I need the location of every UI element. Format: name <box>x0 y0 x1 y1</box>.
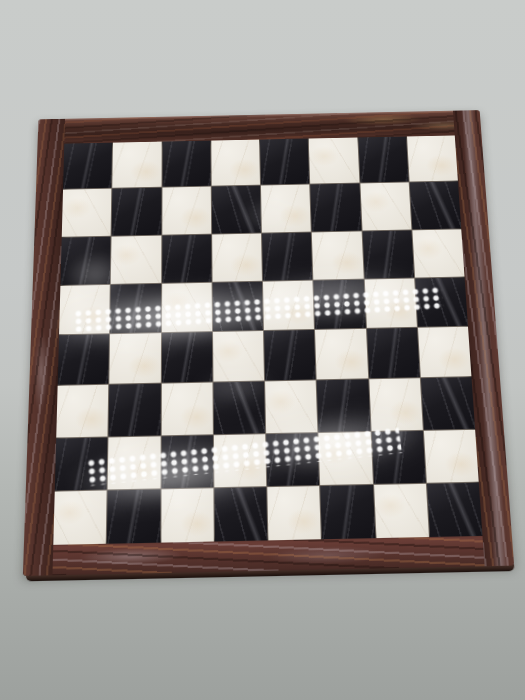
square-d2 <box>214 434 267 487</box>
square-d3 <box>213 382 265 434</box>
square-b5 <box>110 284 160 334</box>
square-h5 <box>415 277 468 327</box>
square-d7 <box>211 186 260 233</box>
square-a5 <box>59 285 110 335</box>
square-g4 <box>366 328 419 379</box>
square-d5 <box>212 281 263 331</box>
square-f4 <box>315 329 367 380</box>
square-h7 <box>409 182 461 229</box>
square-e7 <box>261 185 311 232</box>
square-f5 <box>314 279 366 329</box>
square-d4 <box>213 331 264 382</box>
square-b6 <box>111 235 161 284</box>
square-g8 <box>358 136 409 182</box>
square-e4 <box>264 330 316 381</box>
square-e5 <box>263 280 314 330</box>
square-a3 <box>56 385 108 437</box>
square-b8 <box>113 142 162 188</box>
square-e6 <box>262 232 313 280</box>
square-a6 <box>60 236 110 285</box>
square-a4 <box>58 334 110 385</box>
square-b7 <box>112 188 161 235</box>
square-g5 <box>364 278 416 328</box>
square-f3 <box>317 380 370 432</box>
square-e8 <box>260 139 309 185</box>
square-h2 <box>424 429 479 482</box>
square-b2 <box>108 436 160 489</box>
square-b3 <box>109 384 161 436</box>
chessboard <box>23 110 514 576</box>
square-h6 <box>412 229 464 277</box>
square-b4 <box>110 333 161 384</box>
square-d8 <box>211 140 260 186</box>
square-c6 <box>162 234 212 282</box>
square-f1 <box>320 485 374 540</box>
square-c5 <box>162 283 212 333</box>
square-b1 <box>107 489 160 544</box>
square-d6 <box>212 233 262 281</box>
square-h8 <box>407 135 458 181</box>
square-c8 <box>162 141 211 187</box>
square-a7 <box>62 189 112 236</box>
square-e3 <box>265 381 318 433</box>
square-h4 <box>418 327 472 378</box>
scene <box>0 0 525 700</box>
square-a1 <box>53 490 107 545</box>
square-h3 <box>421 377 475 429</box>
square-a2 <box>55 437 108 490</box>
square-f2 <box>319 431 373 484</box>
square-f8 <box>309 138 359 184</box>
square-g2 <box>371 430 425 483</box>
photo-background <box>0 0 525 700</box>
square-g7 <box>360 183 411 230</box>
square-e1 <box>267 486 321 541</box>
square-f7 <box>310 184 361 231</box>
square-c1 <box>161 488 214 543</box>
square-g3 <box>369 378 423 430</box>
square-c7 <box>162 187 211 234</box>
square-f6 <box>312 231 363 279</box>
square-d1 <box>214 487 267 542</box>
square-h1 <box>427 482 483 537</box>
square-e2 <box>266 433 319 486</box>
square-c4 <box>161 332 212 383</box>
square-c3 <box>161 383 212 435</box>
board-grid <box>53 135 482 544</box>
square-a8 <box>63 143 112 189</box>
square-c2 <box>161 435 213 488</box>
square-g1 <box>374 484 429 539</box>
square-g6 <box>362 230 414 278</box>
